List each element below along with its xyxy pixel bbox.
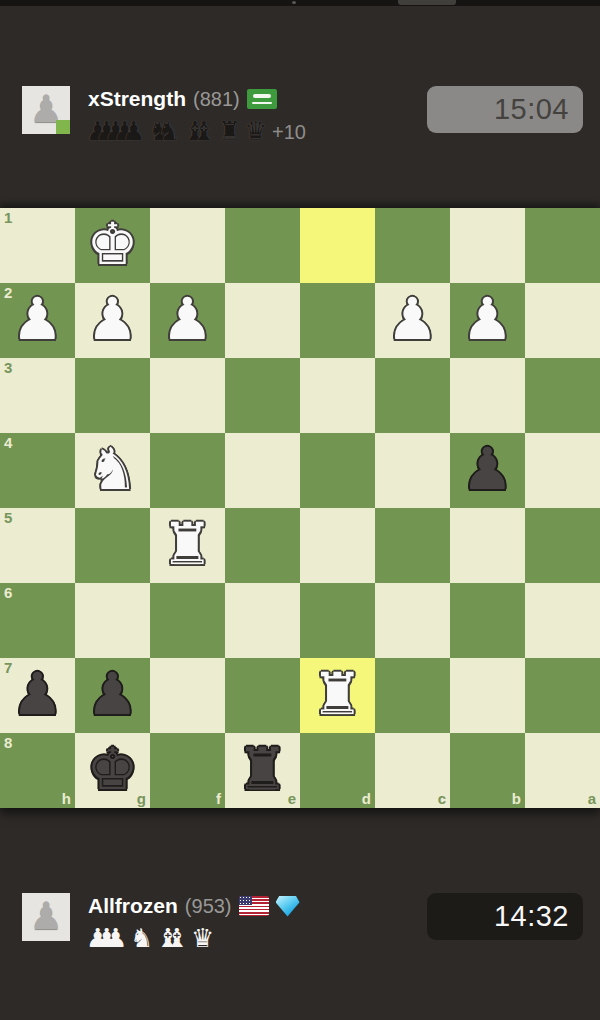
white-rook: ♜ (162, 515, 214, 573)
square-d5[interactable] (300, 508, 375, 583)
white-knight: ♞ (87, 440, 139, 498)
rank-label-8: 8 (4, 735, 12, 750)
square-a1[interactable] (525, 208, 600, 283)
square-e7[interactable] (225, 658, 300, 733)
avatar-pawn-icon: ♟ (29, 897, 63, 935)
square-b1[interactable] (450, 208, 525, 283)
app-screen: ♟ xStrength (881) ♟♟♟♟♟♞♞♝♝♜♛+10 15:04 1… (0, 0, 600, 1020)
player-top-name[interactable]: xStrength (88, 87, 186, 111)
square-b7[interactable] (450, 658, 525, 733)
united-states-flag-icon (239, 896, 269, 916)
black-king: ♚ (87, 740, 139, 798)
captured-white-knight-group: ♞ (130, 924, 147, 952)
player-bottom-name-row: Allfrozen (953) (88, 893, 300, 919)
white-king: ♚ (87, 215, 139, 273)
captured-white-queen-group: ♛ (191, 924, 208, 952)
square-c3[interactable] (375, 358, 450, 433)
square-d3[interactable] (300, 358, 375, 433)
file-label-h: h (62, 791, 71, 806)
square-f8[interactable]: f (150, 733, 225, 808)
captured-knight-icon: ♞ (157, 117, 174, 145)
file-label-e: e (288, 791, 296, 806)
square-c6[interactable] (375, 583, 450, 658)
square-h5[interactable]: 5 (0, 508, 75, 583)
square-g2[interactable]: ♟ (75, 283, 150, 358)
square-b4[interactable]: ♟ (450, 433, 525, 508)
square-b8[interactable]: b (450, 733, 525, 808)
square-d2[interactable] (300, 283, 375, 358)
square-a8[interactable]: a (525, 733, 600, 808)
camera-notch-icon (292, 1, 296, 4)
white-pawn: ♟ (462, 290, 514, 348)
diamond-membership-icon (276, 896, 300, 917)
captured-black-queen-group: ♛ (244, 117, 261, 145)
status-bar-pill (398, 0, 456, 5)
rank-label-3: 3 (4, 360, 12, 375)
player-top-clock-time: 15:04 (494, 93, 569, 126)
square-d4[interactable] (300, 433, 375, 508)
player-bottom-rating: (953) (185, 895, 232, 918)
white-pawn: ♟ (87, 290, 139, 348)
player-top-avatar[interactable]: ♟ (22, 86, 70, 134)
square-a2[interactable] (525, 283, 600, 358)
square-c5[interactable] (375, 508, 450, 583)
square-e6[interactable] (225, 583, 300, 658)
square-a6[interactable] (525, 583, 600, 658)
square-f3[interactable] (150, 358, 225, 433)
square-e5[interactable] (225, 508, 300, 583)
square-g8[interactable]: g♚ (75, 733, 150, 808)
square-d7[interactable]: ♜ (300, 658, 375, 733)
player-bottom-captured-pieces: ♟♟♟♞♝♝♛ (86, 922, 217, 952)
captured-queen-icon: ♛ (191, 924, 208, 952)
player-bottom-clock-time: 14:32 (494, 900, 569, 933)
rank-label-4: 4 (4, 435, 12, 450)
square-c7[interactable] (375, 658, 450, 733)
square-d8[interactable]: d (300, 733, 375, 808)
square-a4[interactable] (525, 433, 600, 508)
rank-label-5: 5 (4, 510, 12, 525)
square-f4[interactable] (150, 433, 225, 508)
square-a5[interactable] (525, 508, 600, 583)
file-label-b: b (512, 791, 521, 806)
captured-black-rook-group: ♜ (218, 117, 235, 145)
square-g6[interactable] (75, 583, 150, 658)
captured-bishop-icon: ♝ (165, 924, 182, 952)
captured-black-pawn-group: ♟♟♟♟♟ (86, 117, 139, 145)
square-h2[interactable]: 2♟ (0, 283, 75, 358)
captured-pawn-icon: ♟ (122, 117, 139, 145)
square-e4[interactable] (225, 433, 300, 508)
square-e1[interactable] (225, 208, 300, 283)
file-label-a: a (588, 791, 596, 806)
square-h6[interactable]: 6 (0, 583, 75, 658)
square-c1[interactable] (375, 208, 450, 283)
square-d1[interactable] (300, 208, 375, 283)
file-label-f: f (216, 791, 221, 806)
square-g4[interactable]: ♞ (75, 433, 150, 508)
black-pawn: ♟ (87, 665, 139, 723)
square-h1[interactable]: 1 (0, 208, 75, 283)
square-c4[interactable] (375, 433, 450, 508)
square-g1[interactable]: ♚ (75, 208, 150, 283)
square-b2[interactable]: ♟ (450, 283, 525, 358)
square-f5[interactable]: ♜ (150, 508, 225, 583)
square-b6[interactable] (450, 583, 525, 658)
captured-white-pawn-group: ♟♟♟ (86, 924, 121, 952)
square-a3[interactable] (525, 358, 600, 433)
white-pawn: ♟ (162, 290, 214, 348)
square-g7[interactable]: ♟ (75, 658, 150, 733)
captured-white-bishop-group: ♝♝ (156, 924, 182, 952)
chess-board: 1♚2♟♟♟♟♟34♞♟5♜67♟♟♜8hg♚fe♜dcba (0, 208, 600, 808)
rank-label-6: 6 (4, 585, 12, 600)
captured-bishop-icon: ♝ (192, 117, 209, 145)
rank-label-1: 1 (4, 210, 12, 225)
captured-rook-icon: ♜ (218, 117, 235, 145)
square-h4[interactable]: 4 (0, 433, 75, 508)
white-pawn: ♟ (12, 290, 64, 348)
file-label-c: c (438, 791, 446, 806)
captured-black-bishop-group: ♝♝ (183, 117, 209, 145)
black-rook: ♜ (237, 740, 289, 798)
square-a7[interactable] (525, 658, 600, 733)
player-top-name-row: xStrength (881) (88, 86, 277, 112)
captured-black-knight-group: ♞♞ (148, 117, 174, 145)
square-f2[interactable]: ♟ (150, 283, 225, 358)
player-top-clock: 15:04 (427, 86, 583, 133)
file-label-d: d (362, 791, 371, 806)
material-score: +10 (272, 119, 306, 145)
captured-pawn-icon: ♟ (104, 924, 121, 952)
square-c2[interactable]: ♟ (375, 283, 450, 358)
player-bottom-avatar[interactable]: ♟ (22, 893, 70, 941)
square-b3[interactable] (450, 358, 525, 433)
square-g3[interactable] (75, 358, 150, 433)
square-e2[interactable] (225, 283, 300, 358)
square-h3[interactable]: 3 (0, 358, 75, 433)
square-f6[interactable] (150, 583, 225, 658)
white-pawn: ♟ (387, 290, 439, 348)
black-pawn: ♟ (462, 440, 514, 498)
captured-knight-icon: ♞ (130, 924, 147, 952)
square-h7[interactable]: 7♟ (0, 658, 75, 733)
square-g5[interactable] (75, 508, 150, 583)
online-status-badge (56, 120, 70, 134)
square-c8[interactable]: c (375, 733, 450, 808)
player-bottom-clock: 14:32 (427, 893, 583, 940)
white-rook: ♜ (312, 665, 364, 723)
square-f1[interactable] (150, 208, 225, 283)
square-d6[interactable] (300, 583, 375, 658)
player-top-rating: (881) (193, 88, 240, 111)
captured-queen-icon: ♛ (244, 117, 261, 145)
player-top-captured-pieces: ♟♟♟♟♟♞♞♝♝♜♛+10 (86, 115, 306, 145)
square-h8[interactable]: 8h (0, 733, 75, 808)
black-pawn: ♟ (12, 665, 64, 723)
player-bottom-name[interactable]: Allfrozen (88, 894, 178, 918)
square-b5[interactable] (450, 508, 525, 583)
status-bar (0, 0, 600, 6)
saudi-arabia-flag-icon (247, 89, 277, 109)
square-e3[interactable] (225, 358, 300, 433)
square-f7[interactable] (150, 658, 225, 733)
square-e8[interactable]: e♜ (225, 733, 300, 808)
